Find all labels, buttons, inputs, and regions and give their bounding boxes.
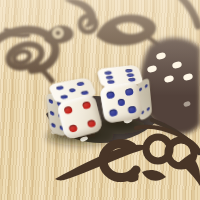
photo-scene <box>0 0 200 200</box>
die-left-front-face <box>56 93 104 140</box>
die-left-front-pips <box>62 100 97 135</box>
die-left[interactable] <box>43 69 109 143</box>
die-right-front-pips <box>105 87 138 118</box>
